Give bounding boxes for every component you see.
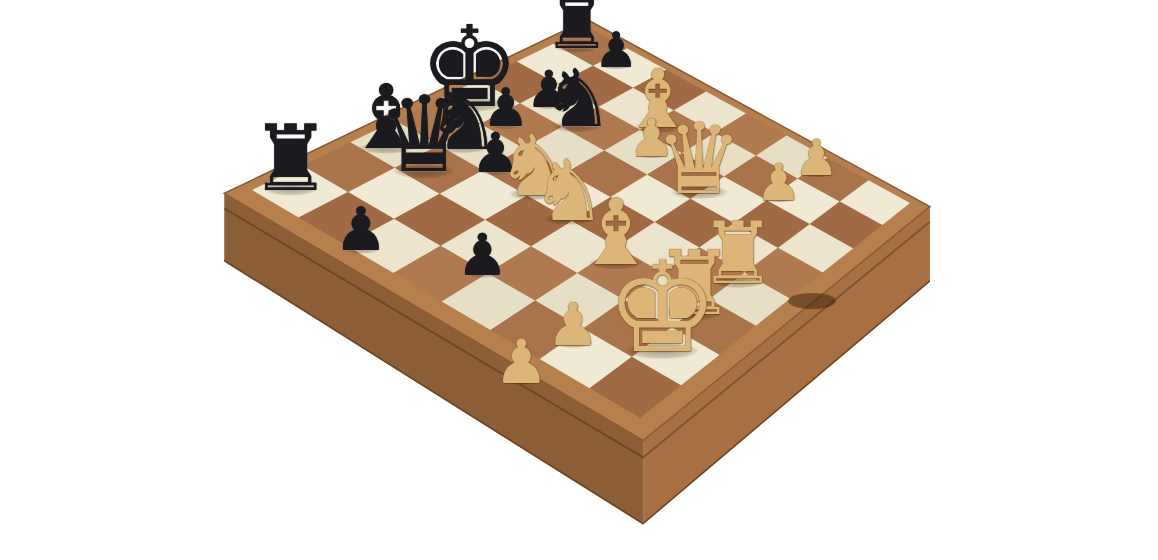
drawer-notch — [788, 293, 836, 309]
piece-white-pawn-g2[interactable]: ♟ — [756, 157, 802, 208]
piece-white-pawn-b2[interactable]: ♟ — [547, 295, 600, 354]
chess-photo-scene: ♜♟♚♟♟♞♝♞♝♟♛♟♟♜♛♞♟♞♟♝♟♜♜♟♚♟ — [0, 0, 1158, 560]
piece-white-pawn-a2[interactable]: ♟ — [494, 330, 549, 391]
piece-black-rook-a8[interactable]: ♜ — [250, 113, 332, 204]
piece-black-pawn-b5[interactable]: ♟ — [456, 226, 508, 284]
piece-black-pawn-a6[interactable]: ♟ — [334, 200, 388, 260]
piece-black-queen-c7[interactable]: ♛ — [377, 83, 471, 188]
piece-white-king-b1[interactable]: ♚ — [606, 244, 719, 370]
piece-white-queen-f3[interactable]: ♛ — [655, 110, 743, 208]
